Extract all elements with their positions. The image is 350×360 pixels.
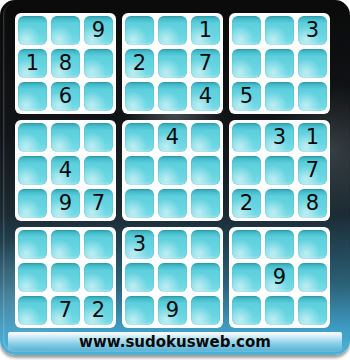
cell-r5c8[interactable]: [265, 156, 294, 185]
cell-r1c5[interactable]: [158, 16, 187, 45]
cell-r9c7[interactable]: [232, 296, 261, 325]
cell-r6c3[interactable]: 7: [84, 189, 113, 218]
cell-r3c9[interactable]: [298, 82, 327, 111]
cell-r1c9[interactable]: 3: [298, 16, 327, 45]
cell-r4c4[interactable]: [125, 123, 154, 152]
box-1-3: 35: [229, 13, 330, 114]
box-3-1: 72: [15, 227, 116, 328]
cell-r7c6[interactable]: [191, 230, 220, 259]
cell-r5c9[interactable]: 7: [298, 156, 327, 185]
cell-r1c2[interactable]: [51, 16, 80, 45]
cell-r8c4[interactable]: [125, 263, 154, 292]
cell-r3c5[interactable]: [158, 82, 187, 111]
cell-r2c5[interactable]: [158, 49, 187, 78]
box-3-2: 39: [122, 227, 223, 328]
cell-r4c6[interactable]: [191, 123, 220, 152]
cell-r4c5[interactable]: 4: [158, 123, 187, 152]
cell-r6c7[interactable]: 2: [232, 189, 261, 218]
cell-r9c8[interactable]: [265, 296, 294, 325]
cell-r8c3[interactable]: [84, 263, 113, 292]
footer-band: www.sudokusweb.com: [8, 332, 342, 351]
cell-r4c8[interactable]: 3: [265, 123, 294, 152]
cell-r9c1[interactable]: [18, 296, 47, 325]
cell-r1c8[interactable]: [265, 16, 294, 45]
cell-r6c1[interactable]: [18, 189, 47, 218]
cell-r2c2[interactable]: 8: [51, 49, 80, 78]
site-url[interactable]: www.sudokusweb.com: [79, 333, 271, 351]
cell-r1c1[interactable]: [18, 16, 47, 45]
cell-r5c1[interactable]: [18, 156, 47, 185]
cell-r8c5[interactable]: [158, 263, 187, 292]
cell-r4c3[interactable]: [84, 123, 113, 152]
cell-r3c6[interactable]: 4: [191, 82, 220, 111]
cell-r2c9[interactable]: [298, 49, 327, 78]
cell-r6c6[interactable]: [191, 189, 220, 218]
cell-r4c1[interactable]: [18, 123, 47, 152]
cell-r2c3[interactable]: [84, 49, 113, 78]
cell-r2c7[interactable]: [232, 49, 261, 78]
cell-r6c8[interactable]: [265, 189, 294, 218]
cell-r5c2[interactable]: 4: [51, 156, 80, 185]
cell-r1c4[interactable]: [125, 16, 154, 45]
cell-r7c3[interactable]: [84, 230, 113, 259]
cell-r9c5[interactable]: 9: [158, 296, 187, 325]
cell-r6c4[interactable]: [125, 189, 154, 218]
cell-r4c2[interactable]: [51, 123, 80, 152]
cell-r2c8[interactable]: [265, 49, 294, 78]
cell-r9c9[interactable]: [298, 296, 327, 325]
cell-r3c3[interactable]: [84, 82, 113, 111]
cell-r3c8[interactable]: [265, 82, 294, 111]
cell-r7c2[interactable]: [51, 230, 80, 259]
box-1-1: 9186: [15, 13, 116, 114]
cell-r5c6[interactable]: [191, 156, 220, 185]
cell-r5c3[interactable]: [84, 156, 113, 185]
cell-r4c9[interactable]: 1: [298, 123, 327, 152]
cell-r6c2[interactable]: 9: [51, 189, 80, 218]
cell-r1c6[interactable]: 1: [191, 16, 220, 45]
cell-r2c6[interactable]: 7: [191, 49, 220, 78]
cell-r7c8[interactable]: [265, 230, 294, 259]
cell-r5c4[interactable]: [125, 156, 154, 185]
cell-r7c1[interactable]: [18, 230, 47, 259]
box-2-1: 497: [15, 120, 116, 221]
sudoku-frame: 918612743549743172872399 www.sudokusweb.…: [0, 0, 350, 355]
cell-r3c4[interactable]: [125, 82, 154, 111]
cell-r9c2[interactable]: 7: [51, 296, 80, 325]
cell-r2c1[interactable]: 1: [18, 49, 47, 78]
cell-r5c7[interactable]: [232, 156, 261, 185]
sudoku-board: 918612743549743172872399: [15, 13, 330, 328]
cell-r9c3[interactable]: 2: [84, 296, 113, 325]
cell-r8c7[interactable]: [232, 263, 261, 292]
cell-r5c5[interactable]: [158, 156, 187, 185]
cell-r4c7[interactable]: [232, 123, 261, 152]
cell-r8c2[interactable]: [51, 263, 80, 292]
cell-r6c5[interactable]: [158, 189, 187, 218]
cell-r9c4[interactable]: [125, 296, 154, 325]
cell-r8c1[interactable]: [18, 263, 47, 292]
cell-r7c5[interactable]: [158, 230, 187, 259]
cell-r1c7[interactable]: [232, 16, 261, 45]
cell-r8c9[interactable]: [298, 263, 327, 292]
cell-r3c1[interactable]: [18, 82, 47, 111]
cell-r6c9[interactable]: 8: [298, 189, 327, 218]
cell-r8c6[interactable]: [191, 263, 220, 292]
cell-r7c4[interactable]: 3: [125, 230, 154, 259]
cell-r9c6[interactable]: [191, 296, 220, 325]
cell-r7c9[interactable]: [298, 230, 327, 259]
cell-r8c8[interactable]: 9: [265, 263, 294, 292]
box-2-3: 31728: [229, 120, 330, 221]
box-1-2: 1274: [122, 13, 223, 114]
cell-r1c3[interactable]: 9: [84, 16, 113, 45]
box-3-3: 9: [229, 227, 330, 328]
cell-r2c4[interactable]: 2: [125, 49, 154, 78]
box-2-2: 4: [122, 120, 223, 221]
cell-r3c7[interactable]: 5: [232, 82, 261, 111]
cell-r7c7[interactable]: [232, 230, 261, 259]
cell-r3c2[interactable]: 6: [51, 82, 80, 111]
